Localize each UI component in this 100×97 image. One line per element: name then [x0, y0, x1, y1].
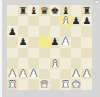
square-h1[interactable]	[81, 79, 92, 90]
piece-black-king-e8[interactable]: ♚	[51, 5, 60, 15]
square-c7[interactable]	[28, 16, 39, 27]
square-e5[interactable]: ♟	[50, 37, 61, 48]
square-d7[interactable]	[39, 16, 50, 27]
piece-white-rook-a1[interactable]: ♜	[8, 80, 17, 90]
chess-board[interactable]: ♜♝♛♚♝♜♝♟♟♟♟♟♟♝♟♟♟♟♟♜♛♜♚	[7, 5, 92, 90]
square-b7[interactable]	[18, 16, 29, 27]
square-g6[interactable]	[71, 26, 82, 37]
square-d2[interactable]	[39, 69, 50, 80]
square-a7[interactable]	[7, 16, 18, 27]
square-g1[interactable]: ♚	[71, 79, 82, 90]
square-f5[interactable]: ♟	[60, 37, 71, 48]
piece-white-pawn-g2[interactable]: ♟	[72, 69, 81, 79]
piece-black-rook-h8[interactable]: ♜	[82, 5, 91, 15]
square-g2[interactable]: ♟	[71, 69, 82, 80]
page-edge	[0, 0, 2, 97]
square-c8[interactable]: ♝	[28, 5, 39, 16]
square-d1[interactable]: ♛	[39, 79, 50, 90]
square-f8[interactable]: ♝	[60, 5, 71, 16]
square-c1[interactable]	[28, 79, 39, 90]
square-e7[interactable]	[50, 16, 61, 27]
square-f6[interactable]	[60, 26, 71, 37]
square-b2[interactable]: ♟	[18, 69, 29, 80]
piece-white-bishop-f7[interactable]: ♝	[61, 16, 70, 26]
square-a2[interactable]: ♟	[7, 69, 18, 80]
square-a8[interactable]	[7, 5, 18, 16]
square-b8[interactable]: ♜	[18, 5, 29, 16]
square-e1[interactable]	[50, 79, 61, 90]
piece-black-bishop-c8[interactable]: ♝	[29, 5, 38, 15]
square-d4[interactable]	[39, 48, 50, 59]
piece-white-rook-f1[interactable]: ♜	[61, 80, 70, 90]
square-a1[interactable]: ♜	[7, 79, 18, 90]
square-c5[interactable]	[28, 37, 39, 48]
piece-white-pawn-f5[interactable]: ♟	[61, 37, 70, 47]
square-f4[interactable]	[60, 48, 71, 59]
square-h5[interactable]	[81, 37, 92, 48]
square-g3[interactable]	[71, 58, 82, 69]
square-b4[interactable]	[18, 48, 29, 59]
piece-white-pawn-c2[interactable]: ♟	[29, 69, 38, 79]
square-f7[interactable]: ♝	[60, 16, 71, 27]
square-a6[interactable]: ♟	[7, 26, 18, 37]
square-d5[interactable]	[39, 37, 50, 48]
window-control-fragment	[94, 0, 99, 4]
piece-black-bishop-f8[interactable]: ♝	[61, 5, 70, 15]
square-g4[interactable]	[71, 48, 82, 59]
square-e4[interactable]	[50, 48, 61, 59]
piece-black-pawn-a6[interactable]: ♟	[8, 26, 17, 36]
square-h7[interactable]: ♟	[81, 16, 92, 27]
square-c6[interactable]	[28, 26, 39, 37]
square-d8[interactable]: ♛	[39, 5, 50, 16]
square-b6[interactable]	[18, 26, 29, 37]
square-d3[interactable]	[39, 58, 50, 69]
piece-black-queen-d8[interactable]: ♛	[40, 5, 49, 15]
chess-widget: ♜♝♛♚♝♜♝♟♟♟♟♟♟♝♟♟♟♟♟♜♛♜♚	[0, 0, 100, 97]
piece-black-rook-b8[interactable]: ♜	[19, 5, 28, 15]
square-c2[interactable]: ♟	[28, 69, 39, 80]
square-g8[interactable]	[71, 5, 82, 16]
square-c4[interactable]	[28, 48, 39, 59]
square-c3[interactable]	[28, 58, 39, 69]
square-h8[interactable]: ♜	[81, 5, 92, 16]
piece-white-bishop-e3[interactable]: ♝	[51, 58, 60, 68]
square-b5[interactable]: ♟	[18, 37, 29, 48]
piece-white-pawn-h2[interactable]: ♟	[82, 69, 91, 79]
square-a5[interactable]	[7, 37, 18, 48]
piece-white-pawn-a2[interactable]: ♟	[8, 69, 17, 79]
square-h6[interactable]	[81, 26, 92, 37]
piece-black-pawn-h7[interactable]: ♟	[82, 16, 91, 26]
square-d6[interactable]	[39, 26, 50, 37]
square-g5[interactable]	[71, 37, 82, 48]
square-h2[interactable]: ♟	[81, 69, 92, 80]
piece-black-pawn-e5[interactable]: ♟	[51, 37, 60, 47]
square-f3[interactable]	[60, 58, 71, 69]
square-b1[interactable]	[18, 79, 29, 90]
piece-black-pawn-b5[interactable]: ♟	[19, 37, 28, 47]
square-f2[interactable]	[60, 69, 71, 80]
square-g7[interactable]: ♟	[71, 16, 82, 27]
piece-white-pawn-b2[interactable]: ♟	[19, 69, 28, 79]
square-e2[interactable]	[50, 69, 61, 80]
piece-black-pawn-g7[interactable]: ♟	[72, 16, 81, 26]
square-e6[interactable]	[50, 26, 61, 37]
piece-white-king-g1[interactable]: ♚	[72, 80, 81, 90]
square-a4[interactable]	[7, 48, 18, 59]
square-e3[interactable]: ♝	[50, 58, 61, 69]
square-h4[interactable]	[81, 48, 92, 59]
square-a3[interactable]	[7, 58, 18, 69]
square-e8[interactable]: ♚	[50, 5, 61, 16]
square-h3[interactable]	[81, 58, 92, 69]
piece-white-queen-d1[interactable]: ♛	[40, 80, 49, 90]
square-b3[interactable]	[18, 58, 29, 69]
square-f1[interactable]: ♜	[60, 79, 71, 90]
